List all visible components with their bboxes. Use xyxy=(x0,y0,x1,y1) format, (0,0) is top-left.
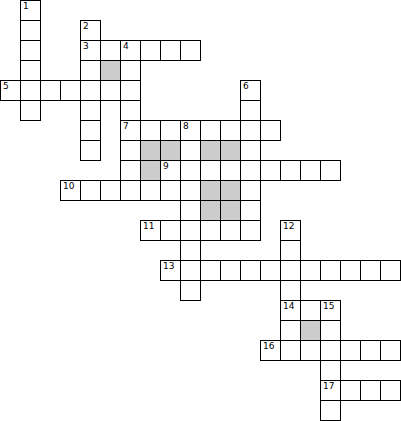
cell-r2-c1[interactable] xyxy=(20,40,41,61)
cell-r13-c16[interactable] xyxy=(320,260,341,281)
clue-number-9: 9 xyxy=(163,161,169,171)
cell-r13-c17[interactable] xyxy=(340,260,361,281)
cell-r8-c11[interactable] xyxy=(220,160,241,181)
cell-r4-c0[interactable]: 5 xyxy=(0,80,21,101)
cell-r9-c3[interactable]: 10 xyxy=(60,180,81,201)
clue-number-16: 16 xyxy=(263,341,274,351)
cell-r8-c8[interactable]: 9 xyxy=(160,160,181,181)
cell-r2-c7[interactable] xyxy=(140,40,161,61)
cell-r20-c16[interactable] xyxy=(320,400,341,421)
cell-r4-c1[interactable] xyxy=(20,80,41,101)
clue-number-14: 14 xyxy=(283,301,294,311)
cell-r7-c4[interactable] xyxy=(80,140,101,161)
cell-r5-c1[interactable] xyxy=(20,100,41,121)
clue-number-11: 11 xyxy=(143,221,154,231)
cell-r1-c4[interactable]: 2 xyxy=(80,20,101,41)
cell-r4-c12[interactable]: 6 xyxy=(240,80,261,101)
cell-r6-c13[interactable] xyxy=(260,120,281,141)
cell-r0-c1[interactable]: 1 xyxy=(20,0,41,21)
cell-r16-c14[interactable] xyxy=(280,320,301,341)
cell-r10-c12[interactable] xyxy=(240,200,261,221)
shaded-cell-r7-c7[interactable] xyxy=(140,140,161,161)
cell-r7-c6[interactable] xyxy=(120,140,141,161)
cell-r8-c12[interactable] xyxy=(240,160,261,181)
cell-r4-c2[interactable] xyxy=(40,80,61,101)
cell-r8-c15[interactable] xyxy=(300,160,321,181)
cell-r9-c12[interactable] xyxy=(240,180,261,201)
clue-number-2: 2 xyxy=(83,21,89,31)
shaded-cell-r7-c11[interactable] xyxy=(220,140,241,161)
cell-r8-c14[interactable] xyxy=(280,160,301,181)
cell-r5-c6[interactable] xyxy=(120,100,141,121)
cell-r8-c10[interactable] xyxy=(200,160,221,181)
cell-r15-c15[interactable] xyxy=(300,300,321,321)
cell-r17-c18[interactable] xyxy=(360,340,381,361)
cell-r13-c11[interactable] xyxy=(220,260,241,281)
cell-r11-c12[interactable] xyxy=(240,220,261,241)
shaded-cell-r9-c10[interactable] xyxy=(200,180,221,201)
cell-r17-c15[interactable] xyxy=(300,340,321,361)
clue-number-15: 15 xyxy=(323,301,334,311)
cell-r13-c15[interactable] xyxy=(300,260,321,281)
cell-r18-c16[interactable] xyxy=(320,360,341,381)
cell-r13-c13[interactable] xyxy=(260,260,281,281)
cell-r2-c5[interactable] xyxy=(100,40,121,61)
cell-r17-c14[interactable] xyxy=(280,340,301,361)
cell-r4-c3[interactable] xyxy=(60,80,81,101)
cell-r19-c17[interactable] xyxy=(340,380,361,401)
clue-number-5: 5 xyxy=(3,81,9,91)
cell-r9-c6[interactable] xyxy=(120,180,141,201)
clue-number-17: 17 xyxy=(323,381,334,391)
clue-number-6: 6 xyxy=(243,81,249,91)
shaded-cell-r9-c11[interactable] xyxy=(220,180,241,201)
cell-r19-c18[interactable] xyxy=(360,380,381,401)
cell-r5-c12[interactable] xyxy=(240,100,261,121)
shaded-cell-r8-c7[interactable] xyxy=(140,160,161,181)
shaded-cell-r7-c10[interactable] xyxy=(200,140,221,161)
clue-number-13: 13 xyxy=(163,261,174,271)
cell-r9-c4[interactable] xyxy=(80,180,101,201)
cell-r13-c14[interactable] xyxy=(280,260,301,281)
cell-r3-c4[interactable] xyxy=(80,60,101,81)
cell-r11-c8[interactable] xyxy=(160,220,181,241)
cell-r6-c11[interactable] xyxy=(220,120,241,141)
cell-r19-c19[interactable] xyxy=(380,380,401,401)
cell-r1-c1[interactable] xyxy=(20,20,41,41)
cell-r2-c9[interactable] xyxy=(180,40,201,61)
cell-r8-c6[interactable] xyxy=(120,160,141,181)
cell-r9-c5[interactable] xyxy=(100,180,121,201)
cell-r11-c10[interactable] xyxy=(200,220,221,241)
cell-r3-c6[interactable] xyxy=(120,60,141,81)
cell-r7-c12[interactable] xyxy=(240,140,261,161)
cell-r11-c9[interactable] xyxy=(180,220,201,241)
shaded-cell-r10-c10[interactable] xyxy=(200,200,221,221)
cell-r4-c5[interactable] xyxy=(100,80,121,101)
cell-r6-c10[interactable] xyxy=(200,120,221,141)
cell-r17-c19[interactable] xyxy=(380,340,401,361)
shaded-cell-r10-c11[interactable] xyxy=(220,200,241,221)
cell-r13-c8[interactable]: 13 xyxy=(160,260,181,281)
cell-r15-c16[interactable]: 15 xyxy=(320,300,341,321)
shaded-cell-r16-c15[interactable] xyxy=(300,320,321,341)
cell-r17-c13[interactable]: 16 xyxy=(260,340,281,361)
cell-r19-c16[interactable]: 17 xyxy=(320,380,341,401)
cell-r9-c7[interactable] xyxy=(140,180,161,201)
clue-number-3: 3 xyxy=(83,41,89,51)
crossword-board: 1234567891011121314151617 xyxy=(0,0,401,421)
cell-r12-c14[interactable] xyxy=(280,240,301,261)
cell-r12-c9[interactable] xyxy=(180,240,201,261)
cell-r6-c7[interactable] xyxy=(140,120,161,141)
cell-r16-c16[interactable] xyxy=(320,320,341,341)
cell-r13-c12[interactable] xyxy=(240,260,261,281)
cell-r2-c4[interactable]: 3 xyxy=(80,40,101,61)
clue-number-7: 7 xyxy=(123,121,129,131)
cell-r2-c6[interactable]: 4 xyxy=(120,40,141,61)
cell-r14-c9[interactable] xyxy=(180,280,201,301)
cell-r13-c19[interactable] xyxy=(380,260,401,281)
shaded-cell-r3-c5[interactable] xyxy=(100,60,121,81)
cell-r8-c16[interactable] xyxy=(320,160,341,181)
cell-r5-c4[interactable] xyxy=(80,100,101,121)
cell-r3-c1[interactable] xyxy=(20,60,41,81)
cell-r6-c6[interactable]: 7 xyxy=(120,120,141,141)
cell-r6-c8[interactable] xyxy=(160,120,181,141)
cell-r7-c9[interactable] xyxy=(180,140,201,161)
cell-r6-c12[interactable] xyxy=(240,120,261,141)
cell-r9-c8[interactable] xyxy=(160,180,181,201)
cell-r8-c9[interactable] xyxy=(180,160,201,181)
clue-number-8: 8 xyxy=(183,121,189,131)
clue-number-10: 10 xyxy=(63,181,74,191)
cell-r13-c10[interactable] xyxy=(200,260,221,281)
cell-r15-c14[interactable]: 14 xyxy=(280,300,301,321)
cell-r17-c17[interactable] xyxy=(340,340,361,361)
cell-r6-c4[interactable] xyxy=(80,120,101,141)
cell-r6-c9[interactable]: 8 xyxy=(180,120,201,141)
cell-r8-c13[interactable] xyxy=(260,160,281,181)
cell-r13-c9[interactable] xyxy=(180,260,201,281)
shaded-cell-r7-c8[interactable] xyxy=(160,140,181,161)
clue-number-12: 12 xyxy=(283,221,294,231)
cell-r13-c18[interactable] xyxy=(360,260,381,281)
cell-r11-c11[interactable] xyxy=(220,220,241,241)
cell-r11-c14[interactable]: 12 xyxy=(280,220,301,241)
clue-number-1: 1 xyxy=(23,1,29,11)
cell-r17-c16[interactable] xyxy=(320,340,341,361)
cell-r14-c14[interactable] xyxy=(280,280,301,301)
clue-number-4: 4 xyxy=(123,41,129,51)
cell-r11-c7[interactable]: 11 xyxy=(140,220,161,241)
cell-r9-c9[interactable] xyxy=(180,180,201,201)
cell-r4-c6[interactable] xyxy=(120,80,141,101)
cell-r4-c4[interactable] xyxy=(80,80,101,101)
cell-r2-c8[interactable] xyxy=(160,40,181,61)
cell-r10-c9[interactable] xyxy=(180,200,201,221)
